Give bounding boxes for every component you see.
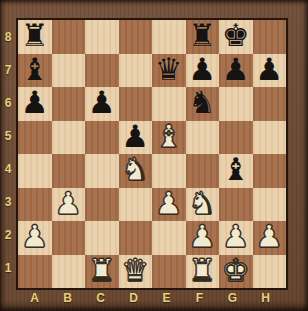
square-b1[interactable] [52, 255, 86, 289]
square-b3[interactable]: ♟ [52, 188, 86, 222]
piece-black-bishop[interactable]: ♝ [222, 154, 250, 185]
square-h6[interactable] [253, 87, 287, 121]
square-a2[interactable]: ♟ [18, 221, 52, 255]
piece-white-king[interactable]: ♚ [222, 255, 250, 286]
rank-label-1: 1 [0, 251, 16, 284]
square-b2[interactable] [52, 221, 86, 255]
piece-white-pawn[interactable]: ♟ [155, 188, 183, 219]
square-a8[interactable]: ♜ [18, 20, 52, 54]
piece-black-knight[interactable]: ♞ [188, 87, 216, 118]
piece-black-queen[interactable]: ♛ [155, 54, 183, 85]
piece-black-rook[interactable]: ♜ [21, 20, 49, 51]
piece-black-pawn[interactable]: ♟ [21, 87, 49, 118]
square-g1[interactable]: ♚ [219, 255, 253, 289]
square-d8[interactable] [119, 20, 153, 54]
piece-white-knight[interactable]: ♞ [121, 154, 149, 185]
square-h3[interactable] [253, 188, 287, 222]
square-g8[interactable]: ♚ [219, 20, 253, 54]
square-e2[interactable] [152, 221, 186, 255]
square-c4[interactable] [85, 154, 119, 188]
piece-white-pawn[interactable]: ♟ [222, 221, 250, 252]
square-a1[interactable] [18, 255, 52, 289]
square-h7[interactable]: ♟ [253, 54, 287, 88]
file-label-b: B [51, 289, 84, 307]
piece-white-bishop[interactable]: ♝ [155, 121, 183, 152]
file-label-d: D [117, 289, 150, 307]
square-c8[interactable] [85, 20, 119, 54]
square-b5[interactable] [52, 121, 86, 155]
square-d7[interactable] [119, 54, 153, 88]
square-h5[interactable] [253, 121, 287, 155]
piece-white-pawn[interactable]: ♟ [54, 188, 82, 219]
square-f7[interactable]: ♟ [186, 54, 220, 88]
square-e1[interactable] [152, 255, 186, 289]
square-f3[interactable]: ♞ [186, 188, 220, 222]
piece-black-pawn[interactable]: ♟ [222, 54, 250, 85]
square-c1[interactable]: ♜ [85, 255, 119, 289]
square-g4[interactable]: ♝ [219, 154, 253, 188]
rank-label-6: 6 [0, 86, 16, 119]
rank-label-5: 5 [0, 119, 16, 152]
square-f2[interactable]: ♟ [186, 221, 220, 255]
square-g3[interactable] [219, 188, 253, 222]
square-f1[interactable]: ♜ [186, 255, 220, 289]
file-label-f: F [183, 289, 216, 307]
square-h1[interactable] [253, 255, 287, 289]
piece-white-pawn[interactable]: ♟ [188, 221, 216, 252]
square-d2[interactable] [119, 221, 153, 255]
square-e5[interactable]: ♝ [152, 121, 186, 155]
piece-black-pawn[interactable]: ♟ [121, 121, 149, 152]
square-e4[interactable] [152, 154, 186, 188]
square-a5[interactable] [18, 121, 52, 155]
piece-white-pawn[interactable]: ♟ [255, 221, 283, 252]
square-g7[interactable]: ♟ [219, 54, 253, 88]
file-label-h: H [249, 289, 282, 307]
square-b4[interactable] [52, 154, 86, 188]
square-a3[interactable] [18, 188, 52, 222]
square-g6[interactable] [219, 87, 253, 121]
rank-label-2: 2 [0, 218, 16, 251]
square-a4[interactable] [18, 154, 52, 188]
rank-label-4: 4 [0, 152, 16, 185]
square-f8[interactable]: ♜ [186, 20, 220, 54]
square-h8[interactable] [253, 20, 287, 54]
piece-white-rook[interactable]: ♜ [188, 255, 216, 286]
file-label-a: A [18, 289, 51, 307]
rank-label-7: 7 [0, 53, 16, 86]
square-c6[interactable]: ♟ [85, 87, 119, 121]
file-label-g: G [216, 289, 249, 307]
piece-black-pawn[interactable]: ♟ [188, 54, 216, 85]
square-b8[interactable] [52, 20, 86, 54]
square-h2[interactable]: ♟ [253, 221, 287, 255]
square-d1[interactable]: ♛ [119, 255, 153, 289]
file-label-c: C [84, 289, 117, 307]
rank-label-3: 3 [0, 185, 16, 218]
square-f5[interactable] [186, 121, 220, 155]
square-d3[interactable] [119, 188, 153, 222]
square-d5[interactable]: ♟ [119, 121, 153, 155]
piece-white-queen[interactable]: ♛ [121, 255, 149, 286]
piece-black-bishop[interactable]: ♝ [21, 54, 49, 85]
piece-black-king[interactable]: ♚ [222, 20, 250, 51]
piece-white-pawn[interactable]: ♟ [21, 221, 49, 252]
square-b7[interactable] [52, 54, 86, 88]
chess-board-frame: 8 7 6 5 4 3 2 1 ♜♜♚♝♛♟♟♟♟♟♞♟♝♞♝♟♟♞♟♟♟♟♜♛… [0, 0, 308, 311]
square-e8[interactable] [152, 20, 186, 54]
square-a7[interactable]: ♝ [18, 54, 52, 88]
square-b6[interactable] [52, 87, 86, 121]
square-e7[interactable]: ♛ [152, 54, 186, 88]
square-e6[interactable] [152, 87, 186, 121]
piece-black-pawn[interactable]: ♟ [255, 54, 283, 85]
square-g5[interactable] [219, 121, 253, 155]
square-d4[interactable]: ♞ [119, 154, 153, 188]
square-c7[interactable] [85, 54, 119, 88]
file-labels: A B C D E F G H [18, 289, 282, 307]
piece-white-rook[interactable]: ♜ [88, 255, 116, 286]
rank-labels: 8 7 6 5 4 3 2 1 [0, 20, 16, 284]
rank-label-8: 8 [0, 20, 16, 53]
piece-black-pawn[interactable]: ♟ [88, 87, 116, 118]
square-c3[interactable] [85, 188, 119, 222]
chess-board: ♜♜♚♝♛♟♟♟♟♟♞♟♝♞♝♟♟♞♟♟♟♟♜♛♜♚ [16, 18, 288, 290]
file-label-e: E [150, 289, 183, 307]
square-a6[interactable]: ♟ [18, 87, 52, 121]
square-f6[interactable]: ♞ [186, 87, 220, 121]
square-g2[interactable]: ♟ [219, 221, 253, 255]
square-c2[interactable] [85, 221, 119, 255]
piece-black-rook[interactable]: ♜ [188, 20, 216, 51]
square-h4[interactable] [253, 154, 287, 188]
square-c5[interactable] [85, 121, 119, 155]
piece-white-knight[interactable]: ♞ [188, 188, 216, 219]
square-f4[interactable] [186, 154, 220, 188]
square-d6[interactable] [119, 87, 153, 121]
square-e3[interactable]: ♟ [152, 188, 186, 222]
